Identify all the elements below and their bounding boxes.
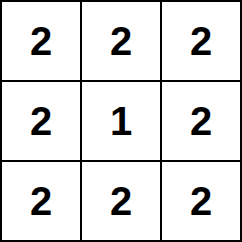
cell-r3c1[interactable]: 2 — [2, 162, 80, 240]
cell-r2c2[interactable]: 1 — [82, 82, 160, 160]
cell-r2c1[interactable]: 2 — [2, 82, 80, 160]
cell-r1c2[interactable]: 2 — [82, 2, 160, 80]
cell-r1c1[interactable]: 2 — [2, 2, 80, 80]
puzzle-board: 2 2 2 2 1 2 2 2 2 — [0, 0, 242, 242]
cell-r1c3[interactable]: 2 — [162, 2, 240, 80]
cell-r2c3[interactable]: 2 — [162, 82, 240, 160]
cell-r3c2[interactable]: 2 — [82, 162, 160, 240]
cell-r3c3[interactable]: 2 — [162, 162, 240, 240]
